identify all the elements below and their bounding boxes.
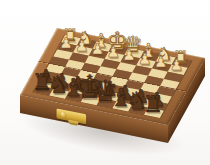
chess-set-photo: ♜♞♝♚♛♝♞♜♟♟♟♟♟♟♟♟♟♟♟♟♟♟♟♟♜♞♝♚♛♝♞♜: [0, 0, 210, 165]
white-pawn-f2[interactable]: ♟: [90, 42, 105, 57]
latch-knob-icon: [60, 111, 66, 118]
white-pawn-e2[interactable]: ♟: [106, 45, 121, 60]
white-pawn-d2[interactable]: ♟: [122, 48, 137, 63]
dark-rook-a8[interactable]: ♜: [141, 93, 164, 116]
white-pawn-b2[interactable]: ♟: [153, 55, 168, 70]
white-pawn-a2[interactable]: ♟: [169, 58, 184, 73]
white-pawn-g2[interactable]: ♟: [74, 39, 89, 54]
white-pawn-c2[interactable]: ♟: [137, 52, 152, 67]
white-pawn-h2[interactable]: ♟: [58, 36, 73, 51]
